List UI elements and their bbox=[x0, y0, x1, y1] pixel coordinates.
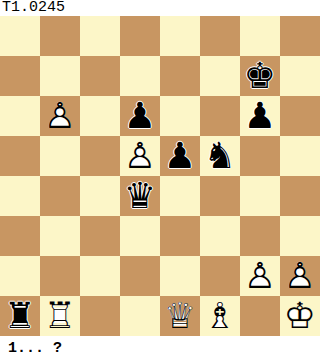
square-d1[interactable] bbox=[120, 296, 160, 336]
square-a8[interactable] bbox=[0, 16, 40, 56]
square-c6[interactable] bbox=[80, 96, 120, 136]
puzzle-id: T1.0245 bbox=[2, 0, 65, 16]
square-d3[interactable] bbox=[120, 216, 160, 256]
piece-glyph: ♛ bbox=[120, 176, 160, 216]
square-e7[interactable] bbox=[160, 56, 200, 96]
square-f7[interactable] bbox=[200, 56, 240, 96]
square-f1[interactable]: ♝♗ bbox=[200, 296, 240, 336]
square-b5[interactable] bbox=[40, 136, 80, 176]
piece-glyph: ♚ bbox=[240, 56, 280, 96]
square-a4[interactable] bbox=[0, 176, 40, 216]
square-g2[interactable]: ♟♙ bbox=[240, 256, 280, 296]
square-h3[interactable] bbox=[280, 216, 320, 256]
square-e8[interactable] bbox=[160, 16, 200, 56]
piece-outline: ♗ bbox=[200, 296, 240, 336]
square-f4[interactable] bbox=[200, 176, 240, 216]
piece-glyph: ♞ bbox=[200, 136, 240, 176]
title-bar: T1.0245 bbox=[0, 0, 320, 16]
black-queen: ♛ bbox=[120, 176, 160, 216]
piece-outline: ♔ bbox=[280, 296, 320, 336]
square-b7[interactable] bbox=[40, 56, 80, 96]
square-a7[interactable] bbox=[0, 56, 40, 96]
white-pawn: ♟♙ bbox=[120, 136, 160, 176]
square-g8[interactable] bbox=[240, 16, 280, 56]
white-pawn: ♟♙ bbox=[280, 256, 320, 296]
square-d8[interactable] bbox=[120, 16, 160, 56]
square-d2[interactable] bbox=[120, 256, 160, 296]
square-d7[interactable] bbox=[120, 56, 160, 96]
piece-outline: ♙ bbox=[40, 96, 80, 136]
square-f3[interactable] bbox=[200, 216, 240, 256]
white-rook: ♜♖ bbox=[40, 296, 80, 336]
piece-glyph: ♟ bbox=[240, 96, 280, 136]
square-b6[interactable]: ♟♙ bbox=[40, 96, 80, 136]
square-g1[interactable] bbox=[240, 296, 280, 336]
square-d4[interactable]: ♛ bbox=[120, 176, 160, 216]
square-d5[interactable]: ♟♙ bbox=[120, 136, 160, 176]
square-c1[interactable] bbox=[80, 296, 120, 336]
black-pawn: ♟ bbox=[240, 96, 280, 136]
square-h4[interactable] bbox=[280, 176, 320, 216]
square-g4[interactable] bbox=[240, 176, 280, 216]
piece-outline: ♙ bbox=[240, 256, 280, 296]
square-b1[interactable]: ♜♖ bbox=[40, 296, 80, 336]
white-queen: ♛♕ bbox=[160, 296, 200, 336]
move-prompt: 1... ? bbox=[8, 340, 62, 357]
piece-glyph: ♟ bbox=[120, 96, 160, 136]
black-pawn: ♟ bbox=[120, 96, 160, 136]
square-a5[interactable] bbox=[0, 136, 40, 176]
square-e6[interactable] bbox=[160, 96, 200, 136]
piece-glyph: ♜ bbox=[0, 296, 40, 336]
square-g6[interactable]: ♟ bbox=[240, 96, 280, 136]
square-e5[interactable]: ♟ bbox=[160, 136, 200, 176]
square-h6[interactable] bbox=[280, 96, 320, 136]
square-c5[interactable] bbox=[80, 136, 120, 176]
chess-board: ♚♟♙♟♟♟♙♟♞♛♟♙♟♙♜♜♖♛♕♝♗♚♔ bbox=[0, 16, 320, 336]
square-h5[interactable] bbox=[280, 136, 320, 176]
piece-glyph: ♟ bbox=[160, 136, 200, 176]
piece-outline: ♕ bbox=[160, 296, 200, 336]
square-e4[interactable] bbox=[160, 176, 200, 216]
square-b8[interactable] bbox=[40, 16, 80, 56]
square-a2[interactable] bbox=[0, 256, 40, 296]
square-e1[interactable]: ♛♕ bbox=[160, 296, 200, 336]
square-c3[interactable] bbox=[80, 216, 120, 256]
square-g7[interactable]: ♚ bbox=[240, 56, 280, 96]
square-f6[interactable] bbox=[200, 96, 240, 136]
square-h2[interactable]: ♟♙ bbox=[280, 256, 320, 296]
black-knight: ♞ bbox=[200, 136, 240, 176]
square-e3[interactable] bbox=[160, 216, 200, 256]
status-bar: 1... ? bbox=[0, 336, 320, 360]
square-f5[interactable]: ♞ bbox=[200, 136, 240, 176]
square-a1[interactable]: ♜ bbox=[0, 296, 40, 336]
square-b2[interactable] bbox=[40, 256, 80, 296]
square-h8[interactable] bbox=[280, 16, 320, 56]
black-king: ♚ bbox=[240, 56, 280, 96]
black-rook: ♜ bbox=[0, 296, 40, 336]
white-king: ♚♔ bbox=[280, 296, 320, 336]
square-g5[interactable] bbox=[240, 136, 280, 176]
square-h7[interactable] bbox=[280, 56, 320, 96]
square-c7[interactable] bbox=[80, 56, 120, 96]
square-h1[interactable]: ♚♔ bbox=[280, 296, 320, 336]
square-c4[interactable] bbox=[80, 176, 120, 216]
piece-outline: ♖ bbox=[40, 296, 80, 336]
piece-outline: ♙ bbox=[120, 136, 160, 176]
square-f8[interactable] bbox=[200, 16, 240, 56]
square-c8[interactable] bbox=[80, 16, 120, 56]
black-pawn: ♟ bbox=[160, 136, 200, 176]
square-b4[interactable] bbox=[40, 176, 80, 216]
square-e2[interactable] bbox=[160, 256, 200, 296]
square-f2[interactable] bbox=[200, 256, 240, 296]
square-a3[interactable] bbox=[0, 216, 40, 256]
white-bishop: ♝♗ bbox=[200, 296, 240, 336]
square-a6[interactable] bbox=[0, 96, 40, 136]
square-d6[interactable]: ♟ bbox=[120, 96, 160, 136]
square-g3[interactable] bbox=[240, 216, 280, 256]
square-c2[interactable] bbox=[80, 256, 120, 296]
square-b3[interactable] bbox=[40, 216, 80, 256]
white-pawn: ♟♙ bbox=[40, 96, 80, 136]
piece-outline: ♙ bbox=[280, 256, 320, 296]
white-pawn: ♟♙ bbox=[240, 256, 280, 296]
